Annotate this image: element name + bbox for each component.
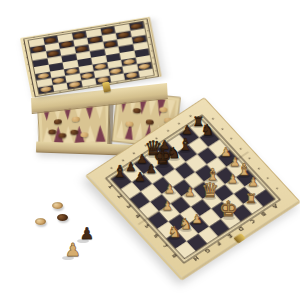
checkers-square [138,69,154,78]
border-mark [145,23,147,24]
file-label: B [258,209,270,218]
loose-checker [57,214,68,221]
border-mark [45,94,47,95]
checkers-square [81,78,97,87]
border-mark [25,50,27,51]
border-mark [33,90,35,91]
stored-piece [72,117,80,122]
border-mark [221,128,224,130]
border-mark [144,145,147,147]
border-mark [149,43,151,44]
checkers-square [38,85,54,94]
checkers-square [124,71,140,80]
checker-piece [126,72,138,79]
border-mark [239,147,242,149]
file-label: D [235,224,247,233]
border-mark [33,36,35,37]
border-mark [119,22,121,23]
border-mark [73,89,75,90]
border-mark [151,50,153,51]
border-mark [110,167,113,169]
border-mark [178,122,181,124]
checker-piece [68,81,80,88]
checker-piece [40,86,52,93]
border-mark [27,64,29,65]
border-mark [133,20,135,21]
checkers-grid [28,21,155,95]
border-mark [147,30,149,31]
border-mark [105,25,107,26]
border-mark [166,130,169,132]
border-mark [90,27,92,28]
loose-checker [52,202,63,209]
border-mark [130,80,132,81]
file-label: H [190,254,202,263]
border-mark [23,43,25,44]
border-mark [153,64,155,65]
border-mark [87,87,89,88]
border-mark [145,77,147,78]
border-mark [155,70,157,71]
border-mark [248,157,251,159]
border-mark [29,70,31,71]
backgammon-point [116,120,126,139]
file-label: F [213,239,225,248]
stored-piece [54,119,62,124]
border-mark [266,177,269,179]
border-mark [155,137,158,139]
backgammon-point [95,125,106,142]
border-mark [76,29,78,30]
border-mark [189,115,192,117]
border-mark [59,91,61,92]
border-mark [116,82,118,83]
border-mark [48,34,50,35]
product-photo-scene: H8G7F6E5D4C3B2A1 ♜♞♟♟♝♟♟♟♜♝♝♟♞♛♚♛♚♟♟♟♟♟♟… [0,0,300,300]
file-label: C [247,217,259,226]
border-mark [122,159,125,161]
checkers-square [52,83,68,92]
border-mark [152,57,154,58]
loose-checker [35,218,46,225]
border-mark [26,57,28,58]
border-mark [230,138,233,140]
checkers-square [67,80,83,89]
border-mark [257,167,260,169]
file-label: G [202,246,214,255]
checkers-square [109,73,125,82]
border-mark [133,152,136,154]
border-mark [62,32,64,33]
border-mark [31,84,33,85]
file-label: A [269,202,281,211]
border-mark [276,187,279,189]
border-mark [212,118,215,120]
border-mark [148,37,150,38]
loose-pawn: ♟ [63,241,83,259]
border-mark [30,77,32,78]
